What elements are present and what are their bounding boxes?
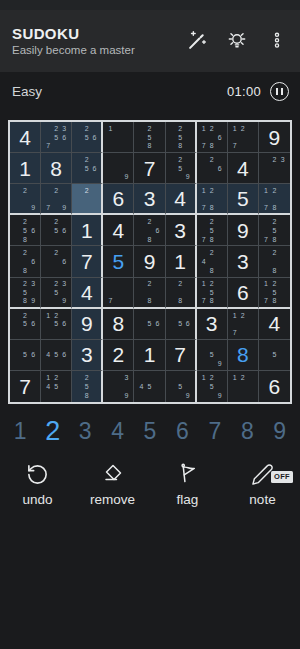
- cell-r6c6[interactable]: 28: [166, 278, 197, 309]
- pencil-marks: 59: [197, 340, 227, 370]
- cell-r6c9[interactable]: 12578: [259, 278, 290, 309]
- hint-bulb-icon: [226, 30, 248, 52]
- cell-r7c7[interactable]: 3: [197, 309, 228, 340]
- cell-value: 3: [81, 344, 93, 365]
- cell-value: 4: [237, 158, 249, 179]
- cell-value: 8: [113, 313, 125, 334]
- pencil-marks: 2578: [259, 215, 290, 245]
- pencil-marks: 23589: [10, 278, 40, 307]
- cell-r4c5[interactable]: 268: [134, 215, 165, 246]
- cell-r2c9[interactable]: 23: [259, 153, 290, 184]
- cell-r4c6[interactable]: 3: [166, 215, 197, 246]
- pencil-marks: 5: [259, 340, 290, 370]
- cell-r9c8[interactable]: 12: [228, 371, 259, 402]
- cell-r2c1[interactable]: 1: [10, 153, 41, 184]
- numpad-3[interactable]: 3: [69, 420, 101, 443]
- pencil-marks: 45: [134, 371, 164, 402]
- pencil-marks: 258: [134, 122, 164, 152]
- numpad-8[interactable]: 8: [231, 420, 263, 443]
- pencil-marks: 29: [10, 184, 40, 213]
- cell-r5c4[interactable]: 5: [103, 246, 134, 277]
- cell-r1c5[interactable]: 258: [134, 122, 165, 153]
- timer: 01:00: [227, 84, 261, 99]
- app-header: SUDOKU Easily become a master: [0, 10, 300, 72]
- pencil-marks: 259: [166, 153, 195, 183]
- pencil-marks: 28: [134, 278, 164, 307]
- cell-r4c8[interactable]: 9: [228, 215, 259, 246]
- cell-r7c9[interactable]: 4: [259, 309, 290, 340]
- cell-r5c7[interactable]: 248: [197, 246, 228, 277]
- undo-icon: [26, 460, 49, 488]
- cell-r6c8[interactable]: 6: [228, 278, 259, 309]
- flag-icon: [176, 460, 200, 488]
- cell-value: 8: [237, 344, 249, 365]
- cell-value: 5: [113, 251, 125, 272]
- cell-r4c1[interactable]: 2568: [10, 215, 41, 246]
- toolbar: undo remove flag OFF note: [0, 460, 300, 507]
- pencil-marks: 256: [72, 122, 101, 152]
- cell-r4c3[interactable]: 1: [72, 215, 103, 246]
- cell-r4c4[interactable]: 4: [103, 215, 134, 246]
- cell-value: 4: [19, 127, 31, 148]
- cell-r5c8[interactable]: 3: [228, 246, 259, 277]
- cell-r2c7[interactable]: 26: [197, 153, 228, 184]
- magic-wand-icon: [186, 30, 208, 52]
- pencil-marks: 258: [72, 371, 101, 402]
- pencil-marks: 256: [10, 309, 40, 339]
- cell-r1c7[interactable]: 12678: [197, 122, 228, 153]
- cell-r8c7[interactable]: 59: [197, 340, 228, 371]
- pencil-marks: 2568: [10, 215, 40, 245]
- pencil-marks: 1278: [259, 184, 290, 213]
- kebab-menu-icon: [267, 30, 287, 52]
- cell-r4c9[interactable]: 2578: [259, 215, 290, 246]
- cell-r8c8[interactable]: 8: [228, 340, 259, 371]
- cell-r2c8[interactable]: 4: [228, 153, 259, 184]
- cell-r3c8[interactable]: 5: [228, 184, 259, 215]
- cell-r1c8[interactable]: 127: [228, 122, 259, 153]
- cell-value: 9: [144, 251, 156, 272]
- remove-label: remove: [90, 493, 135, 507]
- undo-button[interactable]: undo: [0, 460, 75, 507]
- cell-r8c4[interactable]: 2: [103, 340, 134, 371]
- numpad-4[interactable]: 4: [101, 420, 133, 443]
- cell-value: 3: [174, 220, 186, 241]
- cell-r6c2[interactable]: 2359: [41, 278, 72, 309]
- pencil-marks: 1259: [197, 371, 227, 402]
- pencil-marks: 1256: [41, 309, 71, 339]
- cell-r4c7[interactable]: 2578: [197, 215, 228, 246]
- cell-value: 4: [81, 282, 93, 303]
- pencil-marks: 256: [72, 153, 101, 183]
- pencil-marks: 56: [10, 340, 40, 370]
- cell-r1c1[interactable]: 4: [10, 122, 41, 153]
- cell-value: 1: [144, 344, 156, 365]
- cell-r9c6[interactable]: 59: [166, 371, 197, 402]
- cell-r6c7[interactable]: 12578: [197, 278, 228, 309]
- note-button[interactable]: OFF note: [225, 460, 300, 507]
- cell-r3c2[interactable]: 279: [41, 184, 72, 215]
- note-label: note: [249, 493, 275, 507]
- cell-r1c2[interactable]: 23567: [41, 122, 72, 153]
- pause-button[interactable]: [270, 82, 289, 101]
- cell-value: 7: [81, 251, 93, 272]
- cell-r1c4[interactable]: 1: [103, 122, 134, 153]
- pencil-marks: 127: [228, 309, 258, 339]
- cell-r8c1[interactable]: 56: [10, 340, 41, 371]
- cell-value: 6: [113, 188, 125, 209]
- title-block: SUDOKU Easily become a master: [12, 26, 184, 57]
- difficulty-label: Easy: [12, 84, 227, 99]
- flag-label: flag: [177, 493, 199, 507]
- pencil-marks: 12578: [259, 278, 290, 307]
- cell-r8c9[interactable]: 5: [259, 340, 290, 371]
- android-status-bar: [0, 0, 300, 10]
- cell-r8c5[interactable]: 1: [134, 340, 165, 371]
- note-off-badge: OFF: [271, 471, 293, 483]
- number-pad: 123456789: [0, 412, 300, 450]
- pencil-marks: 268: [134, 215, 164, 245]
- cell-value: 8: [50, 158, 62, 179]
- pencil-marks: 28: [166, 278, 195, 307]
- pencil-marks: 1245: [41, 371, 71, 402]
- remove-button[interactable]: remove: [75, 460, 150, 507]
- pencil-marks: 39: [103, 371, 133, 402]
- cell-value: 7: [19, 376, 31, 397]
- cell-r3c1[interactable]: 29: [10, 184, 41, 215]
- cell-r7c3[interactable]: 9: [72, 309, 103, 340]
- pencil-marks: 2359: [41, 278, 71, 307]
- pencil-marks: 12678: [197, 122, 227, 152]
- cell-value: 1: [81, 220, 93, 241]
- cell-value: 4: [113, 220, 125, 241]
- cell-r2c4[interactable]: 9: [103, 153, 134, 184]
- pencil-marks: 256: [41, 215, 71, 245]
- cell-value: 1: [174, 251, 186, 272]
- pencil-marks: 59: [166, 371, 195, 402]
- pencil-marks: 248: [197, 246, 227, 276]
- cell-r5c6[interactable]: 1: [166, 246, 197, 277]
- cell-r3c4[interactable]: 6: [103, 184, 134, 215]
- cell-r6c4[interactable]: 7: [103, 278, 134, 309]
- cell-r6c1[interactable]: 23589: [10, 278, 41, 309]
- menu-button[interactable]: [264, 28, 290, 54]
- app-title: SUDOKU: [12, 26, 184, 41]
- cell-r7c2[interactable]: 1256: [41, 309, 72, 340]
- numpad-5[interactable]: 5: [134, 420, 166, 443]
- cell-r6c5[interactable]: 28: [134, 278, 165, 309]
- cell-r7c4[interactable]: 8: [103, 309, 134, 340]
- pencil-marks: 12578: [197, 278, 227, 307]
- cell-value: 1: [19, 158, 31, 179]
- cell-r9c4[interactable]: 39: [103, 371, 134, 402]
- pencil-marks: 2: [72, 184, 101, 213]
- cell-r9c7[interactable]: 1259: [197, 371, 228, 402]
- pencil-marks: 56: [134, 309, 164, 339]
- cell-r5c3[interactable]: 7: [72, 246, 103, 277]
- flag-button[interactable]: flag: [150, 460, 225, 507]
- cell-value: 7: [174, 344, 186, 365]
- numpad-2[interactable]: 2: [36, 418, 68, 445]
- cell-value: 7: [144, 158, 156, 179]
- undo-label: undo: [22, 493, 52, 507]
- pencil-marks: 456: [41, 340, 71, 370]
- numpad-7[interactable]: 7: [199, 420, 231, 443]
- cell-value: 4: [174, 188, 186, 209]
- pencil-marks: 28: [259, 246, 290, 276]
- numpad-1[interactable]: 1: [4, 420, 36, 443]
- pencil-marks: 258: [166, 122, 195, 152]
- pencil-marks: 23567: [41, 122, 71, 152]
- cell-r5c5[interactable]: 9: [134, 246, 165, 277]
- cell-value: 6: [237, 282, 249, 303]
- numpad-9[interactable]: 9: [264, 420, 296, 443]
- cell-value: 3: [144, 188, 156, 209]
- cell-r9c2[interactable]: 1245: [41, 371, 72, 402]
- pencil-marks: 1: [103, 122, 133, 152]
- cell-r9c5[interactable]: 45: [134, 371, 165, 402]
- cell-r5c9[interactable]: 28: [259, 246, 290, 277]
- pencil-marks: 26: [41, 246, 71, 276]
- pause-icon: [276, 88, 278, 95]
- cell-r9c1[interactable]: 7: [10, 371, 41, 402]
- numpad-6[interactable]: 6: [166, 420, 198, 443]
- cell-r2c2[interactable]: 8: [41, 153, 72, 184]
- cell-r3c6[interactable]: 4: [166, 184, 197, 215]
- cell-r2c3[interactable]: 256: [72, 153, 103, 184]
- cell-value: 3: [206, 313, 218, 334]
- cell-r5c2[interactable]: 26: [41, 246, 72, 277]
- sudoku-board: 4235672561258258126781279182569725926423…: [8, 120, 292, 404]
- cell-value: 9: [237, 220, 249, 241]
- cell-r3c5[interactable]: 3: [134, 184, 165, 215]
- pencil-marks: 268: [10, 246, 40, 276]
- cell-value: 4: [269, 313, 281, 334]
- cell-r8c3[interactable]: 3: [72, 340, 103, 371]
- pencil-marks: 7: [103, 278, 133, 307]
- cell-r9c3[interactable]: 258: [72, 371, 103, 402]
- cell-value: 9: [81, 313, 93, 334]
- pencil-marks: 279: [41, 184, 71, 213]
- pencil-marks: 12: [228, 371, 258, 402]
- cell-r3c3[interactable]: 2: [72, 184, 103, 215]
- cell-r8c2[interactable]: 456: [41, 340, 72, 371]
- pencil-marks: 127: [228, 122, 258, 152]
- pencil-marks: 26: [197, 153, 227, 183]
- pencil-marks: 2578: [197, 215, 227, 245]
- cell-r7c8[interactable]: 127: [228, 309, 259, 340]
- cell-value: 9: [269, 127, 281, 148]
- pencil-marks: 1278: [197, 184, 227, 213]
- cell-r4c2[interactable]: 256: [41, 215, 72, 246]
- pencil-marks: 56: [166, 309, 195, 339]
- cell-value: 2: [113, 344, 125, 365]
- cell-r8c6[interactable]: 7: [166, 340, 197, 371]
- cell-r5c1[interactable]: 268: [10, 246, 41, 277]
- game-status-row: Easy 01:00: [0, 72, 300, 110]
- cell-value: 6: [269, 376, 281, 397]
- pencil-marks: 9: [103, 153, 133, 183]
- header-actions: [184, 28, 290, 54]
- cell-r6c3[interactable]: 4: [72, 278, 103, 309]
- cell-r2c5[interactable]: 7: [134, 153, 165, 184]
- pencil-icon: OFF: [251, 460, 274, 488]
- pencil-marks: 23: [259, 153, 290, 183]
- cell-r1c3[interactable]: 256: [72, 122, 103, 153]
- cell-r9c9[interactable]: 6: [259, 371, 290, 402]
- cell-r3c9[interactable]: 1278: [259, 184, 290, 215]
- cell-r1c9[interactable]: 9: [259, 122, 290, 153]
- cell-r2c6[interactable]: 259: [166, 153, 197, 184]
- eraser-icon: [101, 460, 125, 488]
- magic-wand-button[interactable]: [184, 28, 210, 54]
- cell-value: 5: [237, 188, 249, 209]
- hint-bulb-button[interactable]: [224, 28, 250, 54]
- cell-r7c6[interactable]: 56: [166, 309, 197, 340]
- cell-r7c5[interactable]: 56: [134, 309, 165, 340]
- cell-r3c7[interactable]: 1278: [197, 184, 228, 215]
- cell-value: 3: [237, 251, 249, 272]
- app-subtitle: Easily become a master: [12, 45, 184, 57]
- cell-r1c6[interactable]: 258: [166, 122, 197, 153]
- cell-r7c1[interactable]: 256: [10, 309, 41, 340]
